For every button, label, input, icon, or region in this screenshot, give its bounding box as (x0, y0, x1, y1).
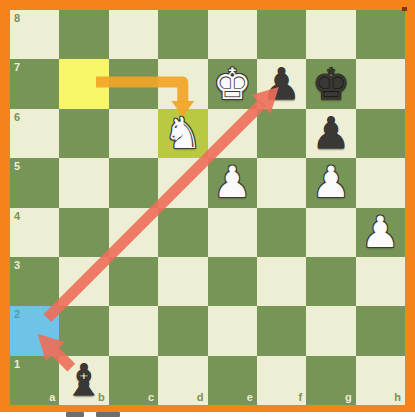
rank-label-1: 1 (14, 359, 20, 370)
square-f6[interactable] (257, 109, 306, 158)
white-king[interactable]: ♚ (208, 59, 257, 108)
square-b5[interactable] (59, 158, 108, 207)
square-d5[interactable] (158, 158, 207, 207)
square-c8[interactable] (109, 10, 158, 59)
square-e8[interactable] (208, 10, 257, 59)
square-d8[interactable] (158, 10, 207, 59)
square-d6[interactable]: ♞ (158, 109, 207, 158)
square-g5[interactable]: ♟ (306, 158, 355, 207)
file-label-c: c (148, 392, 154, 403)
square-c2[interactable] (109, 306, 158, 355)
square-g2[interactable] (306, 306, 355, 355)
square-g3[interactable] (306, 257, 355, 306)
square-b8[interactable] (59, 10, 108, 59)
square-c5[interactable] (109, 158, 158, 207)
square-c7[interactable] (109, 59, 158, 108)
rank-label-5: 5 (14, 161, 20, 172)
square-g6[interactable]: ♟ (306, 109, 355, 158)
black-king[interactable]: ♚ (306, 59, 355, 108)
square-c4[interactable] (109, 208, 158, 257)
square-b4[interactable] (59, 208, 108, 257)
square-e3[interactable] (208, 257, 257, 306)
rank-label-7: 7 (14, 62, 20, 73)
square-a1[interactable]: 1a (10, 356, 59, 405)
rank-label-2: 2 (14, 309, 20, 320)
square-h8[interactable] (356, 10, 405, 59)
square-e7[interactable]: ♚ (208, 59, 257, 108)
square-f1[interactable]: f (257, 356, 306, 405)
cutoff-text-artifact (96, 412, 120, 417)
rank-label-8: 8 (14, 13, 20, 24)
square-a2[interactable]: 2 (10, 306, 59, 355)
white-pawn[interactable]: ♟ (208, 158, 257, 207)
square-f7[interactable]: ♟ (257, 59, 306, 108)
file-label-a: a (49, 392, 55, 403)
square-h2[interactable] (356, 306, 405, 355)
square-h3[interactable] (356, 257, 405, 306)
page: 87♚♟♚6♞♟5♟♟4♟321ab♝cdefgh (0, 0, 415, 417)
white-knight[interactable]: ♞ (158, 109, 207, 158)
square-f5[interactable] (257, 158, 306, 207)
file-label-e: e (247, 392, 253, 403)
file-label-g: g (345, 392, 352, 403)
square-h5[interactable] (356, 158, 405, 207)
square-f2[interactable] (257, 306, 306, 355)
square-d1[interactable]: d (158, 356, 207, 405)
black-pawn[interactable]: ♟ (257, 59, 306, 108)
board-frame: 87♚♟♚6♞♟5♟♟4♟321ab♝cdefgh (0, 0, 415, 412)
square-a8[interactable]: 8 (10, 10, 59, 59)
square-a3[interactable]: 3 (10, 257, 59, 306)
square-g4[interactable] (306, 208, 355, 257)
square-d4[interactable] (158, 208, 207, 257)
square-d3[interactable] (158, 257, 207, 306)
rank-label-4: 4 (14, 211, 20, 222)
square-a5[interactable]: 5 (10, 158, 59, 207)
file-label-h: h (394, 392, 401, 403)
square-f8[interactable] (257, 10, 306, 59)
square-e2[interactable] (208, 306, 257, 355)
rank-label-6: 6 (14, 112, 20, 123)
square-d2[interactable] (158, 306, 207, 355)
square-h1[interactable]: h (356, 356, 405, 405)
square-e1[interactable]: e (208, 356, 257, 405)
square-e5[interactable]: ♟ (208, 158, 257, 207)
square-g8[interactable] (306, 10, 355, 59)
square-h6[interactable] (356, 109, 405, 158)
square-e6[interactable] (208, 109, 257, 158)
square-h7[interactable] (356, 59, 405, 108)
file-label-d: d (197, 392, 204, 403)
square-g1[interactable]: g (306, 356, 355, 405)
cutoff-text-artifact (66, 412, 84, 417)
white-pawn[interactable]: ♟ (306, 158, 355, 207)
square-a7[interactable]: 7 (10, 59, 59, 108)
square-b6[interactable] (59, 109, 108, 158)
square-a4[interactable]: 4 (10, 208, 59, 257)
square-b1[interactable]: b♝ (59, 356, 108, 405)
file-label-f: f (299, 392, 303, 403)
black-pawn[interactable]: ♟ (306, 109, 355, 158)
square-c6[interactable] (109, 109, 158, 158)
square-f4[interactable] (257, 208, 306, 257)
square-h4[interactable]: ♟ (356, 208, 405, 257)
chess-board: 87♚♟♚6♞♟5♟♟4♟321ab♝cdefgh (10, 10, 405, 405)
square-b2[interactable] (59, 306, 108, 355)
black-bishop[interactable]: ♝ (59, 356, 108, 405)
rank-label-3: 3 (14, 260, 20, 271)
square-e4[interactable] (208, 208, 257, 257)
square-a6[interactable]: 6 (10, 109, 59, 158)
corner-artifact (402, 7, 407, 11)
square-f3[interactable] (257, 257, 306, 306)
square-g7[interactable]: ♚ (306, 59, 355, 108)
square-d7[interactable] (158, 59, 207, 108)
square-c1[interactable]: c (109, 356, 158, 405)
square-b3[interactable] (59, 257, 108, 306)
square-b7[interactable] (59, 59, 108, 108)
white-pawn[interactable]: ♟ (356, 208, 405, 257)
square-c3[interactable] (109, 257, 158, 306)
